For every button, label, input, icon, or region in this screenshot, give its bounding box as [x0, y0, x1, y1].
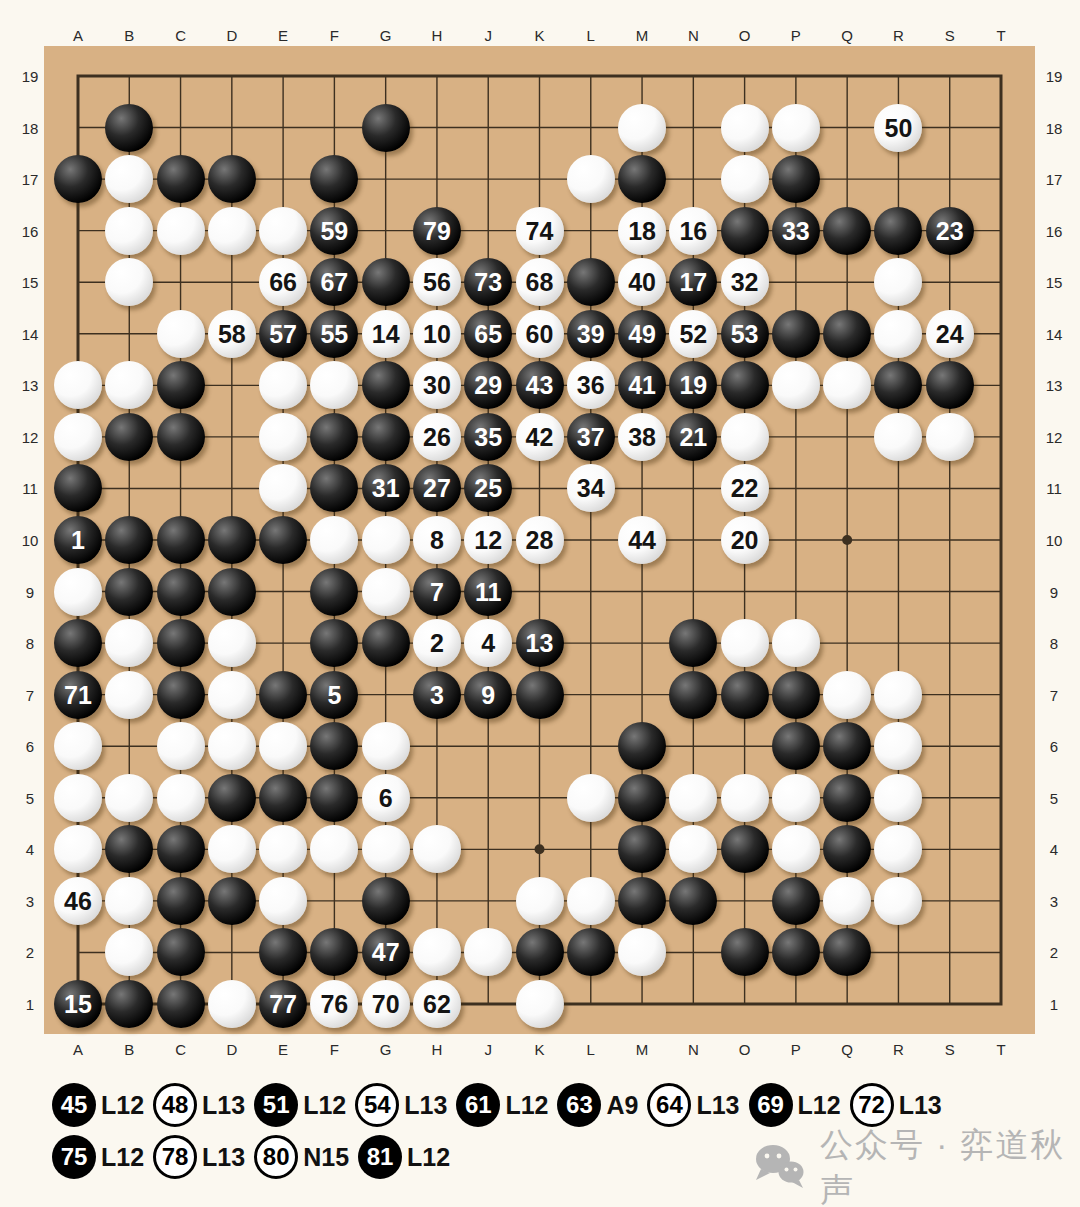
caption-stone-48: 48 [153, 1083, 197, 1127]
stone-white-N5 [669, 774, 717, 822]
move-number: 8 [430, 516, 444, 564]
stone-white-P18 [772, 104, 820, 152]
stone-white-B5 [105, 774, 153, 822]
stone-white-H1: 62 [413, 980, 461, 1028]
caption-stone-69: 69 [749, 1083, 793, 1127]
stone-white-C14 [157, 310, 205, 358]
caption-move-69: 69L12 [749, 1083, 841, 1127]
stone-white-H10: 8 [413, 516, 461, 564]
row-label-left-5: 5 [26, 789, 34, 806]
stone-black-H16: 79 [413, 207, 461, 255]
caption-move-80: 80N15 [254, 1135, 349, 1179]
move-number: 30 [423, 361, 451, 409]
move-number: 6 [379, 774, 393, 822]
stone-black-K8: 13 [516, 619, 564, 667]
move-number: 15 [64, 980, 92, 1028]
stone-white-S14: 24 [926, 310, 974, 358]
stone-black-K7 [516, 671, 564, 719]
caption-point-label: L12 [798, 1091, 841, 1120]
stone-white-H15: 56 [413, 258, 461, 306]
stone-white-D1 [208, 980, 256, 1028]
move-number: 2 [430, 619, 444, 667]
stone-white-G5: 6 [362, 774, 410, 822]
stone-black-G18 [362, 104, 410, 152]
stone-white-G6 [362, 722, 410, 770]
col-label-bottom-O: O [739, 1041, 751, 1058]
caption-stone-64: 64 [647, 1083, 691, 1127]
stone-black-P6 [772, 722, 820, 770]
stone-white-A3: 46 [54, 877, 102, 925]
stone-black-L12: 37 [567, 413, 615, 461]
caption-move-75: 75L12 [52, 1135, 144, 1179]
stone-black-O16 [721, 207, 769, 255]
stone-black-M6 [618, 722, 666, 770]
stone-white-R18: 50 [874, 104, 922, 152]
caption-move-81: 81L12 [358, 1135, 450, 1179]
row-label-left-18: 18 [22, 119, 39, 136]
col-label-top-T: T [996, 27, 1005, 44]
stone-black-D5 [208, 774, 256, 822]
stone-black-P16: 33 [772, 207, 820, 255]
move-number: 39 [577, 310, 605, 358]
move-number: 41 [628, 361, 656, 409]
watermark-text: 公众号 · 弈道秋声 [820, 1123, 1080, 1207]
col-label-bottom-P: P [791, 1041, 801, 1058]
caption-move-78: 78L13 [153, 1135, 245, 1179]
caption-point-label: L13 [202, 1143, 245, 1172]
col-label-bottom-R: R [893, 1041, 904, 1058]
stone-white-P5 [772, 774, 820, 822]
stone-black-E1: 77 [259, 980, 307, 1028]
row-label-left-6: 6 [26, 738, 34, 755]
stone-white-D14: 58 [208, 310, 256, 358]
stone-black-C9 [157, 568, 205, 616]
stone-white-H13: 30 [413, 361, 461, 409]
stone-black-O14: 53 [721, 310, 769, 358]
stone-white-M12: 38 [618, 413, 666, 461]
col-label-top-S: S [945, 27, 955, 44]
col-label-top-A: A [73, 27, 83, 44]
stone-white-M10: 44 [618, 516, 666, 564]
col-label-top-L: L [587, 27, 595, 44]
stone-white-L13: 36 [567, 361, 615, 409]
move-number: 58 [218, 310, 246, 358]
move-number: 66 [269, 258, 297, 306]
stone-black-K13: 43 [516, 361, 564, 409]
move-number: 7 [430, 568, 444, 616]
row-label-left-12: 12 [22, 428, 39, 445]
row-label-right-2: 2 [1050, 944, 1058, 961]
move-annotations-line-2: 75L1278L1380N1581L12 [52, 1134, 450, 1180]
move-number: 40 [628, 258, 656, 306]
caption-stone-54: 54 [355, 1083, 399, 1127]
col-label-top-R: R [893, 27, 904, 44]
row-label-right-15: 15 [1046, 274, 1063, 291]
move-number: 26 [423, 413, 451, 461]
stone-black-F12 [310, 413, 358, 461]
caption-point-label: L12 [101, 1091, 144, 1120]
stone-white-C6 [157, 722, 205, 770]
row-label-right-18: 18 [1046, 119, 1063, 136]
stone-white-E16 [259, 207, 307, 255]
stone-white-A12 [54, 413, 102, 461]
stone-white-D7 [208, 671, 256, 719]
row-label-right-5: 5 [1050, 789, 1058, 806]
row-label-left-13: 13 [22, 377, 39, 394]
move-number: 65 [474, 310, 502, 358]
stone-black-C2 [157, 928, 205, 976]
stone-white-B3 [105, 877, 153, 925]
stone-black-J9: 11 [464, 568, 512, 616]
caption-point-label: L12 [101, 1143, 144, 1172]
col-label-top-K: K [534, 27, 544, 44]
row-label-right-7: 7 [1050, 686, 1058, 703]
stone-white-R3 [874, 877, 922, 925]
row-label-right-11: 11 [1046, 480, 1062, 497]
stone-black-Q16 [823, 207, 871, 255]
stone-white-E15: 66 [259, 258, 307, 306]
move-number: 56 [423, 258, 451, 306]
stone-black-N12: 21 [669, 413, 717, 461]
stone-white-A5 [54, 774, 102, 822]
stone-white-M18 [618, 104, 666, 152]
move-number: 23 [936, 207, 964, 255]
row-label-left-2: 2 [26, 944, 34, 961]
move-number: 67 [320, 258, 348, 306]
move-number: 62 [423, 980, 451, 1028]
move-number: 71 [64, 671, 92, 719]
move-number: 22 [731, 464, 759, 512]
move-number: 9 [481, 671, 495, 719]
move-number: 29 [474, 361, 502, 409]
row-label-right-12: 12 [1046, 428, 1063, 445]
stone-white-L11: 34 [567, 464, 615, 512]
col-label-top-B: B [124, 27, 134, 44]
row-label-left-15: 15 [22, 274, 39, 291]
stone-black-D17 [208, 155, 256, 203]
caption-point-label: L13 [202, 1091, 245, 1120]
stone-white-G14: 14 [362, 310, 410, 358]
stone-white-O11: 22 [721, 464, 769, 512]
col-label-bottom-T: T [996, 1041, 1005, 1058]
stone-black-C8 [157, 619, 205, 667]
row-label-left-11: 11 [22, 480, 38, 497]
stone-white-H12: 26 [413, 413, 461, 461]
col-label-bottom-F: F [330, 1041, 339, 1058]
move-number: 18 [628, 207, 656, 255]
stone-black-E10 [259, 516, 307, 564]
star-point-Q10 [842, 535, 852, 545]
col-label-bottom-E: E [278, 1041, 288, 1058]
stone-black-L2 [567, 928, 615, 976]
move-number: 19 [679, 361, 707, 409]
stone-black-E7 [259, 671, 307, 719]
row-label-left-7: 7 [26, 686, 34, 703]
stone-black-F16: 59 [310, 207, 358, 255]
stone-black-N3 [669, 877, 717, 925]
stone-black-B18 [105, 104, 153, 152]
caption-point-label: A9 [606, 1091, 638, 1120]
move-number: 37 [577, 413, 605, 461]
stone-black-C10 [157, 516, 205, 564]
stone-black-H9: 7 [413, 568, 461, 616]
stone-black-B10 [105, 516, 153, 564]
row-label-right-3: 3 [1050, 892, 1058, 909]
stone-white-H4 [413, 825, 461, 873]
stone-white-O8 [721, 619, 769, 667]
stone-black-F14: 55 [310, 310, 358, 358]
stone-black-M17 [618, 155, 666, 203]
stone-black-P14 [772, 310, 820, 358]
col-label-bottom-B: B [124, 1041, 134, 1058]
stone-white-E3 [259, 877, 307, 925]
move-number: 35 [474, 413, 502, 461]
stone-black-C12 [157, 413, 205, 461]
move-number: 3 [430, 671, 444, 719]
move-number: 5 [327, 671, 341, 719]
stone-black-D3 [208, 877, 256, 925]
row-label-right-19: 19 [1046, 68, 1063, 85]
caption-point-label: L12 [407, 1143, 450, 1172]
stone-white-K16: 74 [516, 207, 564, 255]
move-number: 32 [731, 258, 759, 306]
move-number: 1 [71, 516, 85, 564]
row-label-right-8: 8 [1050, 635, 1058, 652]
row-label-right-6: 6 [1050, 738, 1058, 755]
stone-black-P17 [772, 155, 820, 203]
stone-black-J14: 65 [464, 310, 512, 358]
stone-black-A10: 1 [54, 516, 102, 564]
move-number: 42 [526, 413, 554, 461]
move-number: 77 [269, 980, 297, 1028]
stone-black-H7: 3 [413, 671, 461, 719]
col-label-top-F: F [330, 27, 339, 44]
stone-white-G1: 70 [362, 980, 410, 1028]
stone-black-P2 [772, 928, 820, 976]
stone-white-P8 [772, 619, 820, 667]
stone-black-F7: 5 [310, 671, 358, 719]
move-number: 21 [679, 413, 707, 461]
col-label-bottom-M: M [636, 1041, 649, 1058]
stone-black-C13 [157, 361, 205, 409]
stone-white-R5 [874, 774, 922, 822]
stone-black-L15 [567, 258, 615, 306]
stone-white-H8: 2 [413, 619, 461, 667]
stone-white-A6 [54, 722, 102, 770]
move-number: 70 [372, 980, 400, 1028]
row-label-left-19: 19 [22, 68, 39, 85]
row-label-left-4: 4 [26, 841, 34, 858]
col-label-top-C: C [175, 27, 186, 44]
move-number: 28 [526, 516, 554, 564]
stone-white-O17 [721, 155, 769, 203]
move-number: 38 [628, 413, 656, 461]
move-number: 73 [474, 258, 502, 306]
stone-black-O13 [721, 361, 769, 409]
row-label-left-9: 9 [26, 583, 34, 600]
stone-white-J8: 4 [464, 619, 512, 667]
stone-black-G12 [362, 413, 410, 461]
move-number: 44 [628, 516, 656, 564]
move-number: 33 [782, 207, 810, 255]
stone-white-C5 [157, 774, 205, 822]
col-label-bottom-H: H [432, 1041, 443, 1058]
stone-black-G11: 31 [362, 464, 410, 512]
stone-black-Q5 [823, 774, 871, 822]
move-number: 25 [474, 464, 502, 512]
stone-white-R14 [874, 310, 922, 358]
col-label-top-G: G [380, 27, 392, 44]
move-number: 4 [481, 619, 495, 667]
stone-white-G10 [362, 516, 410, 564]
stone-black-E14: 57 [259, 310, 307, 358]
move-number: 53 [731, 310, 759, 358]
col-label-bottom-Q: Q [841, 1041, 853, 1058]
stone-white-L17 [567, 155, 615, 203]
stone-black-A1: 15 [54, 980, 102, 1028]
move-number: 43 [526, 361, 554, 409]
move-number: 27 [423, 464, 451, 512]
stone-white-D8 [208, 619, 256, 667]
col-label-bottom-C: C [175, 1041, 186, 1058]
move-number: 79 [423, 207, 451, 255]
caption-stone-45: 45 [52, 1083, 96, 1127]
stone-black-L14: 39 [567, 310, 615, 358]
col-label-top-Q: Q [841, 27, 853, 44]
move-number: 13 [526, 619, 554, 667]
col-label-top-O: O [739, 27, 751, 44]
col-label-top-N: N [688, 27, 699, 44]
stone-black-B1 [105, 980, 153, 1028]
stone-white-G9 [362, 568, 410, 616]
row-label-left-10: 10 [22, 532, 39, 549]
move-number: 60 [526, 310, 554, 358]
stone-black-O2 [721, 928, 769, 976]
caption-stone-63: 63 [557, 1083, 601, 1127]
stone-white-K12: 42 [516, 413, 564, 461]
stone-black-E5 [259, 774, 307, 822]
caption-point-label: L12 [505, 1091, 548, 1120]
stone-black-G15 [362, 258, 410, 306]
stone-white-R7 [874, 671, 922, 719]
stone-black-C7 [157, 671, 205, 719]
stone-white-M15: 40 [618, 258, 666, 306]
caption-stone-61: 61 [456, 1083, 500, 1127]
stone-white-O5 [721, 774, 769, 822]
row-label-right-16: 16 [1046, 222, 1063, 239]
stone-white-B16 [105, 207, 153, 255]
col-label-top-E: E [278, 27, 288, 44]
move-number: 10 [423, 310, 451, 358]
col-label-top-M: M [636, 27, 649, 44]
stone-black-O7 [721, 671, 769, 719]
stone-black-C1 [157, 980, 205, 1028]
stone-black-M14: 49 [618, 310, 666, 358]
stone-black-D9 [208, 568, 256, 616]
stone-white-N16: 16 [669, 207, 717, 255]
row-label-left-8: 8 [26, 635, 34, 652]
move-number: 16 [679, 207, 707, 255]
stone-black-M5 [618, 774, 666, 822]
caption-move-51: 51L12 [254, 1083, 346, 1127]
stone-black-F5 [310, 774, 358, 822]
move-number: 12 [474, 516, 502, 564]
caption-point-label: N15 [303, 1143, 349, 1172]
stone-black-C4 [157, 825, 205, 873]
move-annotations-line-1: 45L1248L1351L1254L1361L1263A964L1369L127… [52, 1082, 942, 1128]
stone-black-A8 [54, 619, 102, 667]
row-label-left-1: 1 [26, 996, 34, 1013]
stone-white-C16 [157, 207, 205, 255]
move-number: 46 [64, 877, 92, 925]
stone-white-K1 [516, 980, 564, 1028]
stone-white-G4 [362, 825, 410, 873]
row-label-left-3: 3 [26, 892, 34, 909]
col-label-bottom-N: N [688, 1041, 699, 1058]
stone-black-G3 [362, 877, 410, 925]
stone-white-D4 [208, 825, 256, 873]
caption-move-63: 63A9 [557, 1083, 638, 1127]
col-label-bottom-D: D [226, 1041, 237, 1058]
move-number: 57 [269, 310, 297, 358]
move-number: 50 [885, 104, 913, 152]
stone-black-S16: 23 [926, 207, 974, 255]
stone-white-P13 [772, 361, 820, 409]
wechat-icon [752, 1142, 808, 1194]
stone-white-K3 [516, 877, 564, 925]
col-label-bottom-K: K [534, 1041, 544, 1058]
stone-black-O4 [721, 825, 769, 873]
stone-white-S12 [926, 413, 974, 461]
caption-point-label: L13 [899, 1091, 942, 1120]
stone-white-K15: 68 [516, 258, 564, 306]
stone-white-A13 [54, 361, 102, 409]
stone-white-B7 [105, 671, 153, 719]
row-label-left-17: 17 [22, 171, 39, 188]
stone-black-A17 [54, 155, 102, 203]
stone-black-B9 [105, 568, 153, 616]
stone-black-G8 [362, 619, 410, 667]
stone-black-J7: 9 [464, 671, 512, 719]
caption-stone-75: 75 [52, 1135, 96, 1179]
stone-white-J10: 12 [464, 516, 512, 564]
caption-stone-81: 81 [358, 1135, 402, 1179]
move-number: 31 [372, 464, 400, 512]
stone-black-D10 [208, 516, 256, 564]
caption-point-label: L12 [303, 1091, 346, 1120]
caption-point-label: L13 [404, 1091, 447, 1120]
stone-white-D6 [208, 722, 256, 770]
stone-black-J12: 35 [464, 413, 512, 461]
stone-white-Q3 [823, 877, 871, 925]
caption-move-64: 64L13 [647, 1083, 739, 1127]
stone-black-F9 [310, 568, 358, 616]
stone-black-K2 [516, 928, 564, 976]
caption-stone-51: 51 [254, 1083, 298, 1127]
stone-black-G2: 47 [362, 928, 410, 976]
row-label-right-17: 17 [1046, 171, 1063, 188]
caption-stone-72: 72 [850, 1083, 894, 1127]
move-number: 36 [577, 361, 605, 409]
wechat-watermark: 公众号 · 弈道秋声 [752, 1142, 1080, 1194]
row-label-right-9: 9 [1050, 583, 1058, 600]
col-label-bottom-G: G [380, 1041, 392, 1058]
col-label-top-H: H [432, 27, 443, 44]
col-label-top-P: P [791, 27, 801, 44]
col-label-bottom-L: L [587, 1041, 595, 1058]
row-label-right-1: 1 [1050, 996, 1058, 1013]
caption-move-48: 48L13 [153, 1083, 245, 1127]
